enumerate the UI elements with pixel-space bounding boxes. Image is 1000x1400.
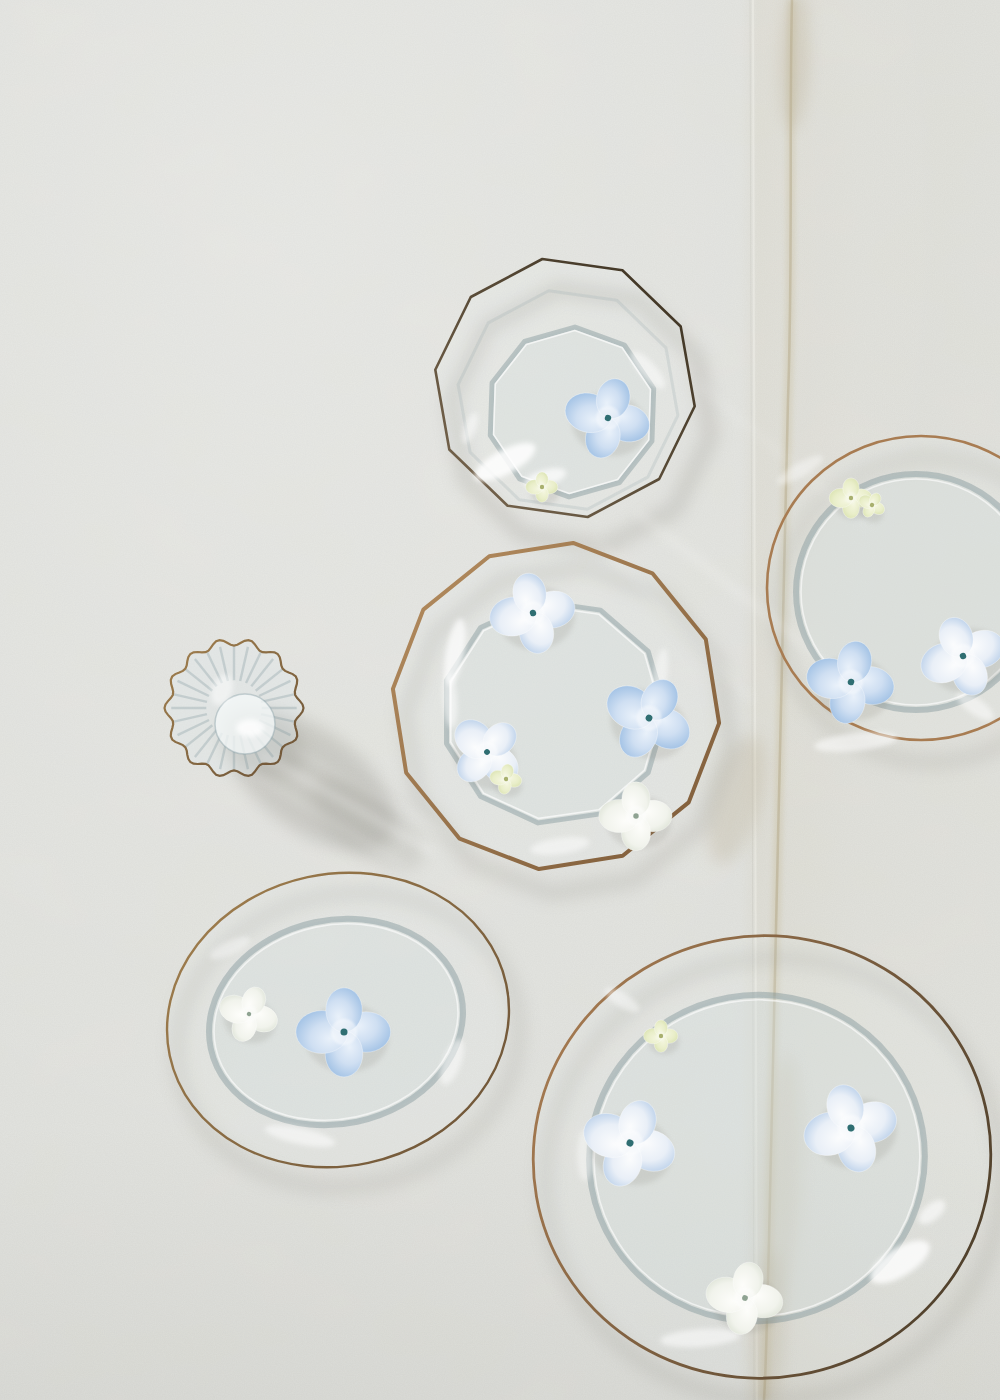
photo-canvas: Overhead still life: clear glass tablewa… bbox=[0, 0, 1000, 1400]
still-life-photo: Overhead still life: clear glass tablewa… bbox=[0, 0, 1000, 1400]
